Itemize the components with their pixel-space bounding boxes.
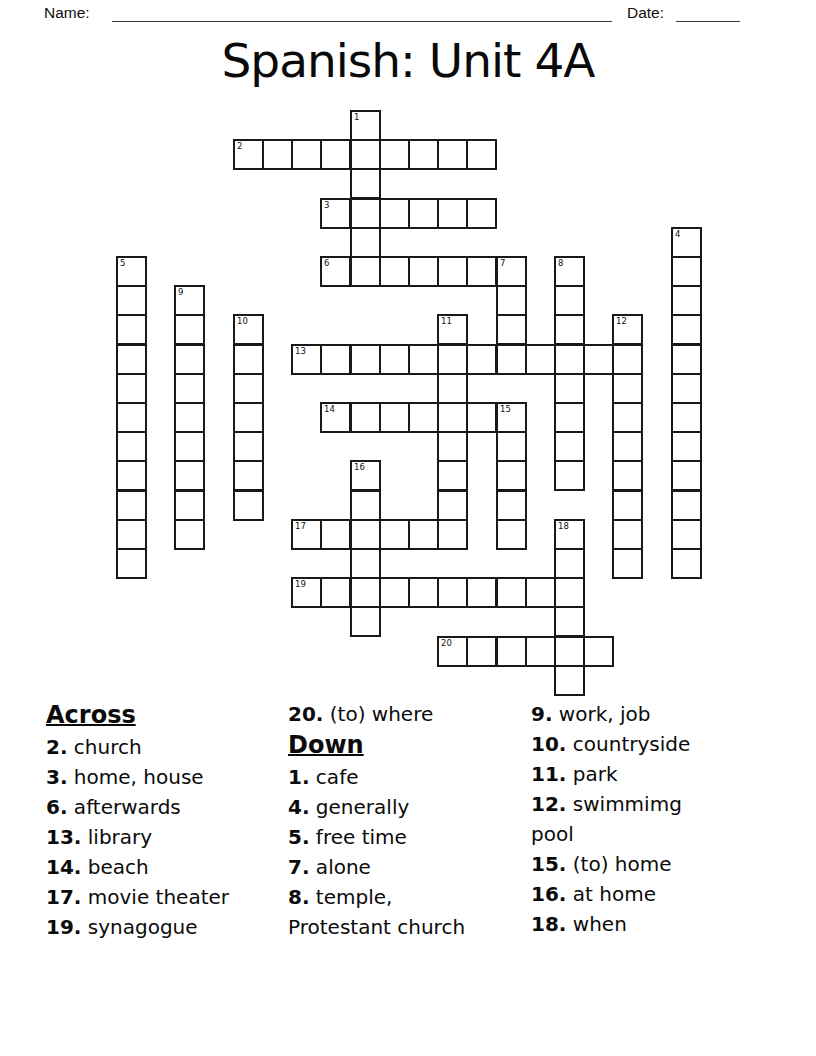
grid-cell[interactable] (437, 256, 468, 287)
grid-cell[interactable] (612, 373, 643, 404)
clue-number: 6 (324, 258, 329, 269)
grid-cell[interactable] (350, 519, 381, 550)
clue-3: 3. home, house (46, 762, 286, 792)
grid-cell[interactable] (408, 577, 439, 608)
grid-cell[interactable] (233, 373, 264, 404)
grid-cell[interactable] (174, 373, 205, 404)
grid-cell[interactable] (174, 490, 205, 521)
grid-cell[interactable] (671, 344, 702, 375)
grid-cell[interactable] (350, 577, 381, 608)
clue-9: 9. work, job (531, 699, 716, 729)
grid-cell[interactable] (554, 344, 585, 375)
grid-cell[interactable] (496, 490, 527, 521)
grid-cell[interactable]: 12 (612, 314, 643, 345)
clue-number: 8 (558, 258, 563, 269)
grid-cell[interactable] (612, 548, 643, 579)
grid-cell[interactable]: 8 (554, 256, 585, 287)
grid-cell[interactable]: 10 (233, 314, 264, 345)
clue-column-3: 9. work, job10. countryside11. park12. s… (531, 699, 716, 939)
grid-cell[interactable] (350, 548, 381, 579)
grid-cell[interactable] (291, 139, 322, 170)
grid-cell[interactable] (379, 344, 410, 375)
clue-15: 15. (to) home (531, 849, 716, 879)
grid-cell[interactable]: 5 (116, 256, 147, 287)
grid-cell[interactable] (612, 519, 643, 550)
grid-cell[interactable] (612, 431, 643, 462)
clue-17: 17. movie theater (46, 882, 286, 912)
grid-cell[interactable] (496, 636, 527, 667)
clue-7: 7. alone (288, 852, 500, 882)
grid-cell[interactable]: 20 (437, 636, 468, 667)
grid-cell[interactable] (496, 285, 527, 316)
down-header: Down (288, 729, 500, 762)
worksheet-page: Name: Date: Spanish: Unit 4A 12345678910… (0, 0, 816, 1056)
grid-cell[interactable] (350, 344, 381, 375)
grid-cell[interactable] (408, 402, 439, 433)
grid-cell[interactable] (408, 198, 439, 229)
grid-cell[interactable] (671, 548, 702, 579)
grid-cell[interactable] (379, 402, 410, 433)
grid-cell[interactable] (437, 373, 468, 404)
grid-cell[interactable] (612, 344, 643, 375)
grid-cell[interactable] (408, 139, 439, 170)
grid-cell[interactable] (320, 139, 351, 170)
grid-cell[interactable] (496, 344, 527, 375)
grid-cell[interactable] (174, 431, 205, 462)
grid-cell[interactable] (437, 198, 468, 229)
grid-cell[interactable] (583, 344, 614, 375)
grid-cell[interactable] (671, 314, 702, 345)
grid-cell[interactable] (350, 198, 381, 229)
grid-cell[interactable] (554, 548, 585, 579)
clue-13: 13. library (46, 822, 286, 852)
grid-cell[interactable] (437, 519, 468, 550)
clue-2: 2. church (46, 732, 286, 762)
grid-cell[interactable]: 6 (320, 256, 351, 287)
crossword-grid: 1234567891011121314151617181920 (116, 110, 706, 700)
grid-cell[interactable] (233, 460, 264, 491)
grid-cell[interactable]: 15 (496, 402, 527, 433)
clue-number: 20 (441, 638, 452, 649)
grid-cell[interactable] (233, 344, 264, 375)
grid-cell[interactable] (671, 402, 702, 433)
grid-cell[interactable] (174, 402, 205, 433)
grid-cell[interactable] (671, 285, 702, 316)
clue-6: 6. afterwards (46, 792, 286, 822)
grid-cell[interactable] (496, 519, 527, 550)
grid-cell[interactable] (116, 460, 147, 491)
clue-number: 13 (295, 346, 306, 357)
grid-cell[interactable]: 2 (233, 139, 264, 170)
grid-cell[interactable] (466, 577, 497, 608)
grid-cell[interactable]: 3 (320, 198, 351, 229)
clue-number: 15 (500, 404, 511, 415)
grid-cell[interactable]: 18 (554, 519, 585, 550)
grid-cell[interactable] (350, 139, 381, 170)
grid-cell[interactable] (612, 460, 643, 491)
clue-5: 5. free time (288, 822, 500, 852)
grid-cell[interactable] (525, 344, 556, 375)
grid-cell[interactable] (466, 636, 497, 667)
grid-cell[interactable] (554, 460, 585, 491)
date-label: Date: (627, 4, 664, 22)
grid-cell[interactable] (612, 490, 643, 521)
grid-cell[interactable]: 11 (437, 314, 468, 345)
grid-cell[interactable] (496, 314, 527, 345)
grid-cell[interactable] (554, 606, 585, 637)
clue-number: 5 (120, 258, 125, 269)
clue-number: 9 (178, 287, 183, 298)
grid-cell[interactable] (466, 256, 497, 287)
grid-cell[interactable] (466, 344, 497, 375)
grid-cell[interactable] (466, 198, 497, 229)
grid-cell[interactable] (525, 577, 556, 608)
grid-cell[interactable] (233, 431, 264, 462)
grid-cell[interactable] (554, 431, 585, 462)
grid-cell[interactable] (350, 227, 381, 258)
grid-cell[interactable]: 1 (350, 110, 381, 141)
clue-11: 11. park (531, 759, 716, 789)
clue-20: 20. (to) where (288, 699, 500, 729)
grid-cell[interactable] (233, 490, 264, 521)
clue-18: 18. when (531, 909, 716, 939)
grid-cell[interactable] (320, 519, 351, 550)
clue-number: 11 (441, 316, 452, 327)
grid-cell[interactable] (116, 402, 147, 433)
clue-12: 12. swimmimg pool (531, 789, 716, 849)
clue-column-2: 20. (to) whereDown1. cafe4. generally5. … (288, 699, 500, 942)
grid-cell[interactable] (379, 519, 410, 550)
grid-cell[interactable]: 16 (350, 460, 381, 491)
grid-cell[interactable] (116, 344, 147, 375)
grid-cell[interactable] (554, 402, 585, 433)
grid-cell[interactable] (466, 402, 497, 433)
grid-cell[interactable]: 4 (671, 227, 702, 258)
date-blank-line[interactable] (676, 21, 740, 22)
clue-1: 1. cafe (288, 762, 500, 792)
grid-cell[interactable] (350, 606, 381, 637)
grid-cell[interactable] (612, 402, 643, 433)
grid-cell[interactable] (554, 373, 585, 404)
clue-column-1: Across2. church3. home, house6. afterwar… (46, 699, 286, 942)
clue-number: 4 (675, 229, 680, 240)
grid-cell[interactable] (350, 490, 381, 521)
grid-cell[interactable] (671, 519, 702, 550)
grid-cell[interactable] (116, 519, 147, 550)
clue-number: 7 (500, 258, 505, 269)
clue-number: 18 (558, 521, 569, 532)
grid-cell[interactable] (379, 139, 410, 170)
grid-cell[interactable] (554, 665, 585, 696)
clue-number: 12 (616, 316, 627, 327)
grid-cell[interactable] (379, 577, 410, 608)
grid-cell[interactable] (554, 314, 585, 345)
grid-cell[interactable]: 13 (291, 344, 322, 375)
clue-8: 8. temple, Protestant church (288, 882, 500, 942)
clue-10: 10. countryside (531, 729, 716, 759)
grid-cell[interactable]: 7 (496, 256, 527, 287)
name-blank-line[interactable] (112, 21, 612, 22)
grid-cell[interactable] (671, 460, 702, 491)
grid-cell[interactable] (554, 577, 585, 608)
grid-cell[interactable] (116, 373, 147, 404)
grid-cell[interactable] (671, 373, 702, 404)
clue-number: 1 (354, 112, 359, 123)
grid-cell[interactable] (583, 636, 614, 667)
puzzle-title: Spanish: Unit 4A (0, 33, 816, 88)
grid-cell[interactable]: 19 (291, 577, 322, 608)
grid-cell[interactable] (671, 431, 702, 462)
grid-cell[interactable] (437, 344, 468, 375)
grid-cell[interactable] (262, 139, 293, 170)
grid-cell[interactable] (116, 548, 147, 579)
grid-cell[interactable] (320, 344, 351, 375)
grid-cell[interactable] (496, 431, 527, 462)
grid-cell[interactable] (116, 490, 147, 521)
grid-cell[interactable] (320, 577, 351, 608)
clue-4: 4. generally (288, 792, 500, 822)
grid-cell[interactable] (496, 460, 527, 491)
grid-cell[interactable] (437, 431, 468, 462)
name-label: Name: (44, 4, 90, 22)
grid-cell[interactable] (525, 636, 556, 667)
clue-number: 10 (237, 316, 248, 327)
grid-cell[interactable]: 17 (291, 519, 322, 550)
grid-cell[interactable] (116, 431, 147, 462)
grid-cell[interactable]: 14 (320, 402, 351, 433)
grid-cell[interactable] (437, 139, 468, 170)
clue-number: 16 (354, 462, 365, 473)
grid-cell[interactable] (671, 490, 702, 521)
clue-number: 2 (237, 141, 242, 152)
clue-19: 19. synagogue (46, 912, 286, 942)
grid-cell[interactable] (116, 314, 147, 345)
grid-cell[interactable] (350, 168, 381, 199)
grid-cell[interactable] (408, 344, 439, 375)
grid-cell[interactable] (408, 519, 439, 550)
grid-cell[interactable] (233, 402, 264, 433)
grid-cell[interactable] (437, 402, 468, 433)
grid-cell[interactable] (671, 256, 702, 287)
clue-number: 17 (295, 521, 306, 532)
grid-cell[interactable] (496, 577, 527, 608)
clue-14: 14. beach (46, 852, 286, 882)
grid-cell[interactable] (116, 285, 147, 316)
grid-cell[interactable] (437, 490, 468, 521)
clue-number: 19 (295, 579, 306, 590)
grid-cell[interactable] (174, 314, 205, 345)
grid-cell[interactable] (437, 577, 468, 608)
grid-cell[interactable] (554, 285, 585, 316)
across-header: Across (46, 699, 286, 732)
grid-cell[interactable] (379, 198, 410, 229)
grid-cell[interactable] (437, 460, 468, 491)
grid-cell[interactable] (350, 256, 381, 287)
clue-number: 14 (324, 404, 335, 415)
grid-cell[interactable] (408, 256, 439, 287)
grid-cell[interactable] (554, 636, 585, 667)
clue-number: 3 (324, 200, 329, 211)
grid-cell[interactable] (379, 256, 410, 287)
grid-cell[interactable] (174, 519, 205, 550)
grid-cell[interactable] (174, 344, 205, 375)
clue-16: 16. at home (531, 879, 716, 909)
grid-cell[interactable] (174, 460, 205, 491)
grid-cell[interactable] (350, 402, 381, 433)
grid-cell[interactable]: 9 (174, 285, 205, 316)
grid-cell[interactable] (466, 139, 497, 170)
